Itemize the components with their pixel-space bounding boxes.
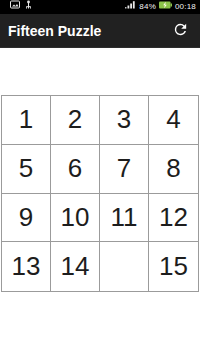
tile-4[interactable]: 4 bbox=[149, 96, 198, 145]
screenshot-icon bbox=[10, 0, 20, 14]
app-screen: 84% 00:18 Fifteen Puzzle 1 2 3 bbox=[0, 0, 200, 355]
tile-15[interactable]: 15 bbox=[149, 242, 198, 291]
tile-6[interactable]: 6 bbox=[51, 145, 100, 194]
tile-7[interactable]: 7 bbox=[100, 145, 149, 194]
battery-percent-label: 84% bbox=[139, 0, 156, 14]
refresh-icon bbox=[172, 21, 189, 41]
tile-12[interactable]: 12 bbox=[149, 194, 198, 243]
tile-14[interactable]: 14 bbox=[51, 242, 100, 291]
signal-strength-icon bbox=[125, 0, 136, 14]
clock-label: 00:18 bbox=[175, 0, 196, 14]
battery-charging-icon bbox=[159, 0, 172, 14]
tile-1[interactable]: 1 bbox=[2, 96, 51, 145]
tile-13[interactable]: 13 bbox=[2, 242, 51, 291]
tile-9[interactable]: 9 bbox=[2, 194, 51, 243]
action-bar: Fifteen Puzzle bbox=[0, 14, 200, 48]
tile-3[interactable]: 3 bbox=[100, 96, 149, 145]
tile-10[interactable]: 10 bbox=[51, 194, 100, 243]
status-bar-right: 84% 00:18 bbox=[125, 0, 200, 14]
tile-2[interactable]: 2 bbox=[51, 96, 100, 145]
tile-5[interactable]: 5 bbox=[2, 145, 51, 194]
usb-debugging-icon bbox=[25, 0, 32, 15]
status-bar: 84% 00:18 bbox=[0, 0, 200, 14]
refresh-button[interactable] bbox=[168, 19, 192, 43]
tile-11[interactable]: 11 bbox=[100, 194, 149, 243]
tile-8[interactable]: 8 bbox=[149, 145, 198, 194]
status-bar-left bbox=[0, 0, 32, 15]
app-title: Fifteen Puzzle bbox=[8, 23, 101, 39]
tile-empty bbox=[100, 242, 149, 291]
fifteen-puzzle-board: 1 2 3 4 5 6 7 8 9 10 11 12 13 14 15 bbox=[1, 95, 199, 292]
